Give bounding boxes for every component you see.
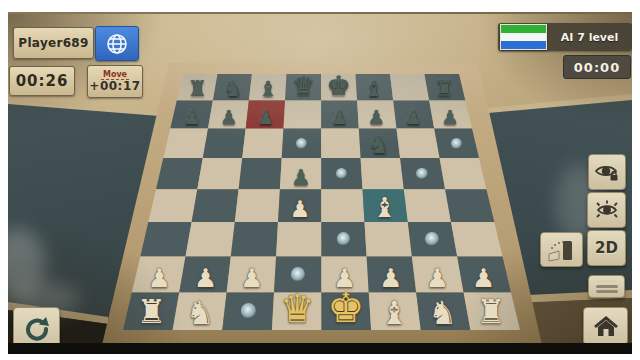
move-timer-box: Move +00:17 (87, 65, 143, 98)
black-pawn-b7[interactable]: ♟ (214, 108, 245, 127)
bottom-edge (8, 343, 632, 354)
black-pawn-a7[interactable]: ♟ (177, 108, 208, 127)
opponent-name: AI 7 level (547, 31, 632, 44)
eye-hint-icon (593, 197, 621, 223)
player-name: Player689 (18, 36, 88, 50)
globe-icon (105, 32, 129, 56)
opponent-bar: AI 7 level (498, 23, 632, 51)
white-clock: 00:26 (16, 72, 69, 90)
move-timer: +00:17 (89, 80, 140, 93)
view-2d-button[interactable]: 2D (587, 230, 626, 266)
view-angle-button[interactable] (540, 232, 583, 267)
game-screen: ♜♞♝♛♚♝♜♟♟♟♟♟♟♟♞♟♟♝♟♟♟♟♟♟♟♜♞♛♚♝♞♜ Player6… (0, 0, 640, 360)
black-pawn-e7[interactable]: ♟ (324, 108, 355, 127)
black-bishop-f8[interactable]: ♝ (357, 78, 391, 99)
black-pawn-c7[interactable]: ♟ (250, 108, 281, 127)
view-3d-to-2d-icon (546, 237, 578, 263)
home-button[interactable] (583, 307, 628, 345)
white-knight-b1[interactable]: ♞ (175, 297, 226, 329)
black-pawn-f7[interactable]: ♟ (361, 108, 392, 127)
white-rook-a1[interactable]: ♜ (125, 295, 178, 328)
sierra-leone-flag (500, 24, 547, 50)
black-pawn-g7[interactable]: ♟ (398, 108, 429, 127)
black-king-e8[interactable]: ♚ (317, 72, 360, 99)
black-knight-f6[interactable]: ♞ (360, 133, 398, 157)
white-pawn-c2[interactable]: ♟ (231, 266, 272, 292)
view-2d-label: 2D (595, 239, 618, 257)
black-clock-box: 00:00 (563, 55, 631, 79)
view-lock-button[interactable] (588, 154, 626, 190)
menu-bars-button[interactable] (588, 275, 625, 298)
online-globe-button[interactable] (95, 26, 139, 61)
black-clock: 00:00 (574, 60, 620, 75)
home-icon (592, 313, 620, 339)
white-bishop-f1[interactable]: ♝ (369, 297, 420, 329)
menu-bars-icon (596, 280, 618, 293)
player-name-box: Player689 (13, 27, 94, 59)
undo-arrow-icon (22, 314, 52, 344)
white-pawn-d4[interactable]: ♟ (282, 198, 319, 221)
white-pawn-a2[interactable]: ♟ (139, 266, 180, 292)
black-knight-b8[interactable]: ♞ (216, 78, 250, 99)
white-pawn-g2[interactable]: ♟ (417, 266, 458, 292)
black-rook-a8[interactable]: ♜ (180, 78, 215, 100)
eye-lock-icon (594, 160, 620, 184)
black-rook-h8[interactable]: ♜ (427, 78, 462, 100)
black-pawn-h7[interactable]: ♟ (435, 108, 466, 127)
white-pawn-b2[interactable]: ♟ (185, 266, 226, 292)
black-pawn-d5[interactable]: ♟ (284, 167, 319, 189)
white-bishop-f4[interactable]: ♝ (363, 194, 406, 221)
table-scene: ♜♞♝♛♚♝♜♟♟♟♟♟♟♟♞♟♟♝♟♟♟♟♟♟♟♜♞♛♚♝♞♜ Player6… (8, 12, 632, 354)
white-pawn-h2[interactable]: ♟ (463, 266, 504, 292)
white-knight-g1[interactable]: ♞ (417, 297, 468, 329)
hint-eye-button[interactable] (587, 192, 626, 228)
white-rook-h1[interactable]: ♜ (465, 295, 518, 328)
black-bishop-c8[interactable]: ♝ (251, 78, 285, 99)
white-clock-box: 00:26 (9, 66, 75, 96)
